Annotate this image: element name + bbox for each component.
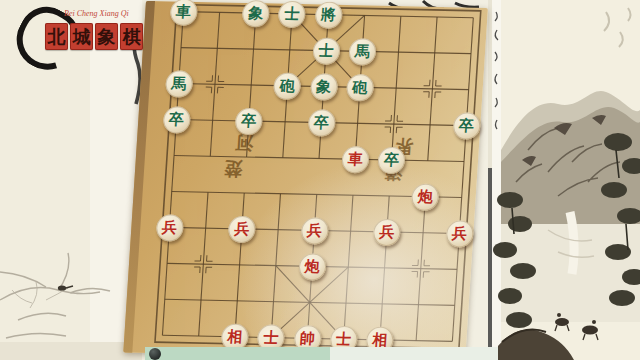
channel-logo: Bei Cheng Xiang Qi 北 城 象 棋 bbox=[12, 2, 142, 66]
bottom-overlay-bar-segment bbox=[330, 347, 498, 360]
piece-black-f3: 砲 bbox=[346, 74, 375, 102]
piece-black-d3: 砲 bbox=[273, 72, 302, 100]
piece-red-h6: 炮 bbox=[411, 183, 440, 211]
bottom-overlay-dot bbox=[149, 348, 161, 360]
piece-red-e8: 炮 bbox=[298, 253, 327, 281]
logo-script-text: Bei Cheng Xiang Qi bbox=[64, 9, 140, 18]
xiangqi-board: 楚河 漢界 車象士將士馬馬砲象砲卒卒卒卒卒車炮兵兵兵兵兵炮相士帥士相 bbox=[123, 1, 488, 360]
piece-black-a4: 卒 bbox=[162, 106, 191, 134]
video-frame: Bei Cheng Xiang Qi 北 城 象 棋 楚河 漢界 車象士將士馬馬… bbox=[0, 0, 640, 360]
piece-red-f5: 車 bbox=[341, 146, 370, 174]
logo-seal-char-1: 北 bbox=[45, 23, 68, 50]
piece-black-g5: 卒 bbox=[377, 146, 406, 174]
logo-seal-row: 北 城 象 棋 bbox=[45, 23, 143, 50]
piece-red-e7: 兵 bbox=[300, 217, 329, 245]
piece-black-c1: 象 bbox=[241, 0, 270, 27]
piece-black-f2: 馬 bbox=[348, 38, 377, 66]
piece-black-e4: 卒 bbox=[307, 109, 336, 137]
piece-red-c7: 兵 bbox=[228, 215, 257, 243]
piece-black-e3: 象 bbox=[309, 73, 338, 101]
ink-painting-right bbox=[488, 0, 640, 360]
bottom-overlay-bar bbox=[145, 347, 498, 360]
piece-black-c4: 卒 bbox=[235, 107, 264, 135]
piece-red-g7: 兵 bbox=[372, 218, 401, 246]
piece-red-a7: 兵 bbox=[155, 214, 184, 242]
piece-black-i4: 卒 bbox=[452, 112, 481, 140]
piece-black-a1: 車 bbox=[169, 0, 198, 25]
piece-black-e2: 士 bbox=[312, 37, 341, 65]
piece-black-e1: 將 bbox=[314, 1, 343, 29]
logo-seal-char-4: 棋 bbox=[120, 23, 143, 50]
piece-black-a3: 馬 bbox=[164, 70, 193, 98]
logo-seal-char-2: 城 bbox=[70, 23, 93, 50]
piece-layer: 車象士將士馬馬砲象砲卒卒卒卒卒車炮兵兵兵兵兵炮相士帥士相 bbox=[123, 1, 488, 360]
piece-black-d1: 士 bbox=[278, 0, 307, 28]
piece-red-i7: 兵 bbox=[445, 220, 474, 248]
logo-seal-char-3: 象 bbox=[95, 23, 118, 50]
